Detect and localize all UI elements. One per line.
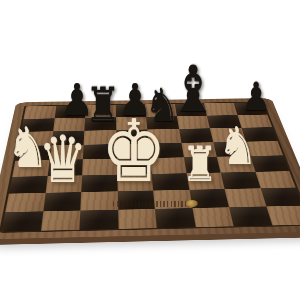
- pieces-layer: ♟♜♟♞♝♟♞♛♚♜♞: [0, 0, 300, 299]
- black-pawn[interactable]: ♟: [241, 77, 271, 116]
- white-knight[interactable]: ♞: [218, 120, 258, 172]
- black-bishop[interactable]: ♝: [169, 57, 218, 121]
- white-queen[interactable]: ♛: [39, 128, 88, 192]
- white-king[interactable]: ♚: [101, 108, 167, 194]
- chess-photo-scene: ♟♜♟♞♝♟♞♛♚♜♞: [0, 0, 300, 299]
- white-rook[interactable]: ♜: [182, 141, 218, 188]
